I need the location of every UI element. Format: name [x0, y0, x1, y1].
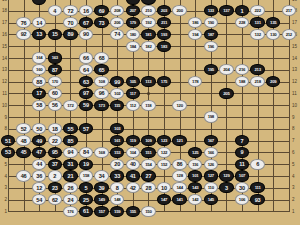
stone-white-64[interactable]: 64	[79, 64, 94, 75]
stone-white-20[interactable]: 20	[110, 159, 125, 170]
stone-white-92[interactable]: 92	[16, 29, 31, 40]
move-number: 222	[254, 8, 260, 13]
move-number: 206	[114, 20, 120, 25]
row-label-right-15: 15	[292, 44, 299, 49]
stone-white-180[interactable]: 180	[126, 29, 141, 40]
move-number: 193	[161, 32, 167, 37]
move-number: 12	[36, 185, 42, 191]
stone-black-141[interactable]: 141	[172, 194, 187, 205]
move-number: 60	[52, 90, 58, 96]
move-number: 135	[270, 20, 276, 25]
move-number: 73	[99, 20, 105, 26]
move-number: 144	[176, 185, 182, 190]
stone-white-142[interactable]: 142	[188, 194, 203, 205]
stone-white-120[interactable]: 120	[172, 100, 187, 111]
row-label-right-5: 5	[292, 162, 299, 167]
move-number: 86	[177, 161, 183, 167]
move-number: 42	[130, 185, 136, 191]
stone-black-37[interactable]: 37	[48, 159, 63, 170]
go-board-diagram: 1919181817171616151514141313121211111010…	[0, 0, 300, 225]
move-number: 175	[161, 79, 167, 84]
move-number: 161	[114, 138, 120, 143]
move-number: 96	[99, 90, 105, 96]
stone-black-155[interactable]: 155	[126, 206, 141, 217]
stone-white-194[interactable]: 194	[188, 29, 203, 40]
row-label-right-12: 12	[292, 79, 299, 84]
stone-white-186[interactable]: 186	[188, 17, 203, 28]
stone-white-90[interactable]: 90	[79, 29, 94, 40]
stone-white-16[interactable]: 16	[79, 5, 94, 16]
move-number: 40	[130, 161, 136, 167]
stone-white-122[interactable]: 122	[157, 147, 172, 158]
move-number: 142	[192, 197, 198, 202]
stone-white-228[interactable]: 228	[235, 17, 250, 28]
move-number: 131	[254, 20, 260, 25]
stone-white-74[interactable]: 74	[110, 29, 125, 40]
move-number: 74	[114, 31, 120, 37]
move-number: 153	[114, 150, 120, 155]
stone-white-68[interactable]: 68	[94, 52, 109, 63]
move-number: 105	[130, 79, 136, 84]
stone-black-5[interactable]: 5	[79, 182, 94, 193]
stone-white-184[interactable]: 184	[126, 41, 141, 52]
row-label-left-4: 4	[0, 174, 7, 179]
stone-black-119[interactable]: 119	[126, 135, 141, 146]
move-number: 11	[239, 161, 245, 167]
stone-white-108[interactable]: 108	[94, 76, 109, 87]
stone-black-195[interactable]: 195	[204, 64, 219, 75]
stone-white-62[interactable]: 62	[48, 194, 63, 205]
stone-black-127[interactable]: 127	[204, 170, 219, 181]
stone-white-58[interactable]: 58	[32, 100, 47, 111]
move-number: 194	[192, 32, 198, 37]
move-number: 4	[53, 8, 56, 14]
stone-black-113[interactable]: 113	[141, 76, 156, 87]
move-number: 94	[67, 149, 73, 155]
stone-white-106[interactable]: 106	[235, 194, 250, 205]
stone-black-107[interactable]: 107	[235, 170, 250, 181]
stone-black-149[interactable]: 149	[94, 194, 109, 205]
move-number: 13	[36, 31, 42, 37]
stone-black-27[interactable]: 27	[141, 170, 156, 181]
stone-black-173[interactable]: 173	[94, 100, 109, 111]
stone-white-42[interactable]: 42	[126, 182, 141, 193]
stone-white-192[interactable]: 192	[141, 17, 156, 28]
stone-black-211[interactable]: 211	[157, 17, 172, 28]
stone-white-198[interactable]: 198	[204, 111, 219, 122]
stone-black-9[interactable]: 9	[235, 147, 250, 158]
move-number: 130	[270, 32, 276, 37]
stone-white-166[interactable]: 166	[204, 147, 219, 158]
stone-black-65[interactable]: 65	[94, 64, 109, 75]
stone-black-137[interactable]: 137	[219, 5, 234, 16]
stone-black-55[interactable]: 55	[63, 123, 78, 134]
stone-white-158[interactable]: 158	[79, 170, 94, 181]
stone-white-60[interactable]: 60	[48, 88, 63, 99]
stone-white-86[interactable]: 86	[172, 159, 187, 170]
stone-black-135[interactable]: 135	[266, 17, 281, 28]
stone-white-132[interactable]: 132	[250, 29, 265, 40]
stone-white-2[interactable]: 2	[48, 170, 63, 181]
stone-black-157[interactable]: 157	[94, 206, 109, 217]
stone-black-53[interactable]: 53	[1, 147, 16, 158]
stone-white-118[interactable]: 118	[141, 100, 156, 111]
stone-black-67[interactable]: 67	[79, 17, 94, 28]
stone-black-213[interactable]: 213	[250, 64, 265, 75]
stone-black-59[interactable]: 59	[79, 100, 94, 111]
stone-white-210[interactable]: 210	[141, 5, 156, 16]
grid-horizontal-line	[8, 117, 290, 118]
row-label-right-9: 9	[292, 115, 299, 120]
stone-white-154[interactable]: 154	[141, 159, 156, 170]
stone-white-104[interactable]: 104	[126, 147, 141, 158]
stone-white-26[interactable]: 26	[63, 182, 78, 193]
stone-white-44[interactable]: 44	[32, 159, 47, 170]
stone-white-170[interactable]: 170	[48, 76, 63, 87]
move-number: 37	[52, 161, 58, 167]
move-number: 69	[99, 8, 105, 14]
move-number: 55	[67, 126, 73, 132]
move-number: 192	[145, 20, 151, 25]
stone-white-46[interactable]: 46	[16, 170, 31, 181]
stone-black-15[interactable]: 15	[48, 29, 63, 40]
stone-white-54[interactable]: 54	[32, 194, 47, 205]
stone-black-95[interactable]: 95	[48, 147, 63, 158]
stone-black-181[interactable]: 181	[141, 29, 156, 40]
stone-black-25[interactable]: 25	[79, 194, 94, 205]
stone-white-152[interactable]: 152	[157, 159, 172, 170]
stone-white-28[interactable]: 28	[141, 182, 156, 193]
stone-white-110[interactable]: 110	[204, 182, 219, 193]
stone-black-47[interactable]: 47	[32, 147, 47, 158]
stone-black-41[interactable]: 41	[126, 170, 141, 181]
move-number: 129	[223, 173, 229, 178]
stone-black-57[interactable]: 57	[79, 123, 94, 134]
stone-white-130[interactable]: 130	[266, 29, 281, 40]
stone-black-205[interactable]: 205	[219, 88, 234, 99]
stone-white-8[interactable]: 8	[110, 182, 125, 193]
move-number: 87	[52, 67, 58, 73]
stone-black-1[interactable]: 1	[235, 5, 250, 16]
stone-white-164[interactable]: 164	[32, 52, 47, 63]
stone-white-30[interactable]: 30	[235, 182, 250, 193]
stone-white-200[interactable]: 200	[172, 5, 187, 16]
stone-black-175[interactable]: 175	[157, 76, 172, 87]
stone-black-89[interactable]: 89	[63, 29, 78, 40]
move-number: 57	[83, 126, 89, 132]
move-number: 132	[254, 32, 260, 37]
stone-black-159[interactable]: 159	[110, 206, 125, 217]
stone-white-208[interactable]: 208	[110, 5, 125, 16]
stone-white-160[interactable]: 160	[32, 64, 47, 75]
move-number: 107	[239, 173, 245, 178]
move-number: 207	[130, 8, 136, 13]
stone-black-61[interactable]: 61	[79, 206, 94, 217]
move-number: 20	[114, 161, 120, 167]
stone-black-183[interactable]: 183	[157, 41, 172, 52]
stone-white-222[interactable]: 222	[250, 5, 265, 16]
stone-black-87[interactable]: 87	[48, 64, 63, 75]
move-number: 16	[83, 8, 89, 14]
stone-black-97[interactable]: 97	[79, 88, 94, 99]
stone-white-128[interactable]: 128	[172, 170, 187, 181]
row-label-right-6: 6	[292, 150, 299, 155]
stone-black-11[interactable]: 11	[235, 159, 250, 170]
move-number: 104	[130, 150, 136, 155]
move-number: 65	[99, 67, 105, 73]
stone-black-101[interactable]: 101	[188, 170, 203, 181]
stone-black-99[interactable]: 99	[110, 76, 125, 87]
move-number: 58	[36, 102, 42, 108]
stone-white-50[interactable]: 50	[32, 123, 47, 134]
move-number: 196	[208, 44, 214, 49]
stone-white-188[interactable]: 188	[235, 76, 250, 87]
move-number: 49	[36, 138, 42, 144]
stone-white-6[interactable]: 6	[250, 159, 265, 170]
stone-white-204[interactable]: 204	[219, 64, 234, 75]
stone-white-34[interactable]: 34	[94, 170, 109, 181]
row-label-left-18: 18	[0, 8, 7, 13]
stone-black-unnumbered[interactable]	[32, 0, 47, 5]
move-number: 154	[145, 162, 151, 167]
move-number: 195	[208, 67, 214, 72]
stone-black-19[interactable]: 19	[79, 159, 94, 170]
stone-black-147[interactable]: 147	[157, 194, 172, 205]
move-number: 84	[83, 149, 89, 155]
stone-white-126[interactable]: 126	[204, 159, 219, 170]
stone-black-143[interactable]: 143	[188, 182, 203, 193]
stone-white-182[interactable]: 182	[141, 41, 156, 52]
stone-black-179[interactable]: 179	[126, 17, 141, 28]
stone-white-150[interactable]: 150	[141, 206, 156, 217]
stone-white-14[interactable]: 14	[32, 17, 47, 28]
stone-white-168[interactable]: 168	[94, 147, 109, 158]
move-number: 141	[176, 197, 182, 202]
stone-black-21[interactable]: 21	[63, 170, 78, 181]
stone-black-33[interactable]: 33	[110, 170, 125, 181]
stone-black-145[interactable]: 145	[204, 194, 219, 205]
move-number: 212	[286, 32, 292, 37]
stone-black-151[interactable]: 151	[141, 147, 156, 158]
move-number: 59	[83, 102, 89, 108]
stone-black-133[interactable]: 133	[204, 5, 219, 16]
move-number: 26	[67, 185, 73, 191]
stone-white-4[interactable]: 4	[48, 5, 63, 16]
stone-white-40[interactable]: 40	[126, 159, 141, 170]
move-number: 23	[52, 185, 58, 191]
move-number: 27	[145, 173, 151, 179]
stone-black-125[interactable]: 125	[188, 147, 203, 158]
row-label-right-2: 2	[292, 197, 299, 202]
row-label-left-1: 1	[0, 209, 7, 214]
stone-white-10[interactable]: 10	[157, 182, 172, 193]
stone-white-144[interactable]: 144	[172, 182, 187, 193]
stone-black-45[interactable]: 45	[16, 147, 31, 158]
stone-black-131[interactable]: 131	[250, 17, 265, 28]
stone-black-93[interactable]: 93	[250, 194, 265, 205]
move-number: 52	[21, 126, 27, 132]
stone-white-24[interactable]: 24	[63, 194, 78, 205]
move-number: 128	[176, 173, 182, 178]
stone-white-52[interactable]: 52	[16, 123, 31, 134]
move-number: 89	[67, 31, 73, 37]
move-number: 181	[145, 32, 151, 37]
move-number: 204	[223, 67, 229, 72]
move-number: 115	[114, 103, 120, 108]
move-number: 14	[36, 20, 42, 26]
move-number: 46	[21, 173, 27, 179]
move-number: 163	[52, 55, 58, 60]
stone-black-129[interactable]: 129	[219, 170, 234, 181]
row-label-left-16: 16	[0, 32, 7, 37]
stone-white-22[interactable]: 22	[48, 135, 63, 146]
stone-black-167[interactable]: 167	[204, 135, 219, 146]
stone-black-187[interactable]: 187	[204, 29, 219, 40]
move-number: 184	[130, 44, 136, 49]
move-number: 168	[98, 150, 104, 155]
move-number: 110	[208, 185, 214, 190]
move-number: 47	[36, 149, 42, 155]
move-number: 120	[176, 103, 182, 108]
stone-black-209[interactable]: 209	[266, 76, 281, 87]
stone-white-216[interactable]: 216	[235, 64, 250, 75]
stone-black-123[interactable]: 123	[157, 135, 172, 146]
stone-white-196[interactable]: 196	[204, 41, 219, 52]
stone-black-73[interactable]: 73	[94, 17, 109, 28]
stone-black-161[interactable]: 161	[110, 135, 125, 146]
move-number: 213	[254, 67, 260, 72]
move-number: 103	[114, 126, 120, 131]
stone-white-76[interactable]: 76	[16, 17, 31, 28]
stone-white-112[interactable]: 112	[126, 100, 141, 111]
move-number: 188	[239, 79, 245, 84]
move-number: 6	[256, 161, 259, 167]
stone-black-121[interactable]: 121	[172, 135, 187, 146]
row-label-right-3: 3	[292, 185, 299, 190]
stone-black-unnumbered[interactable]	[126, 0, 141, 5]
stone-white-148[interactable]: 148	[110, 194, 125, 205]
move-number: 133	[208, 8, 214, 13]
stone-white-70[interactable]: 70	[63, 17, 78, 28]
move-number: 93	[255, 197, 261, 203]
stone-white-66[interactable]: 66	[79, 52, 94, 63]
stone-white-176[interactable]: 176	[63, 206, 78, 217]
stone-white-48[interactable]: 48	[16, 135, 31, 146]
move-number: 67	[83, 20, 89, 26]
move-number: 180	[130, 32, 136, 37]
move-number: 216	[239, 67, 245, 72]
move-number: 25	[83, 197, 89, 203]
stone-white-116[interactable]: 116	[188, 159, 203, 170]
stone-white-102[interactable]: 102	[110, 88, 125, 99]
stone-black-117[interactable]: 117	[126, 88, 141, 99]
move-number: 39	[99, 185, 105, 191]
stone-black-69[interactable]: 69	[94, 5, 109, 16]
stone-black-103[interactable]: 103	[110, 123, 125, 134]
move-number: 30	[239, 185, 245, 191]
stone-black-13[interactable]: 13	[32, 29, 47, 40]
move-number: 72	[67, 8, 73, 14]
stone-white-18[interactable]: 18	[48, 123, 63, 134]
move-number: 7	[241, 138, 244, 144]
stone-black-23[interactable]: 23	[48, 182, 63, 193]
move-number: 150	[145, 209, 151, 214]
stone-black-31[interactable]: 31	[63, 159, 78, 170]
move-number: 24	[67, 197, 73, 203]
stone-black-111[interactable]: 111	[250, 182, 265, 193]
move-number: 143	[192, 185, 198, 190]
move-number: 126	[208, 162, 214, 167]
stone-white-36[interactable]: 36	[32, 170, 47, 181]
hoshi-point	[147, 92, 150, 95]
stone-white-84[interactable]: 84	[79, 147, 94, 158]
move-number: 164	[36, 55, 42, 60]
stone-white-206[interactable]: 206	[110, 17, 125, 28]
row-label-left-2: 2	[0, 197, 7, 202]
row-label-left-10: 10	[0, 103, 7, 108]
stone-black-51[interactable]: 51	[1, 135, 16, 146]
move-number: 228	[239, 20, 245, 25]
stone-black-203[interactable]: 203	[157, 5, 172, 16]
stone-white-94[interactable]: 94	[63, 147, 78, 158]
stone-white-172[interactable]: 172	[63, 100, 78, 111]
stone-black-unnumbered[interactable]	[141, 0, 156, 5]
stone-white-96[interactable]: 96	[94, 88, 109, 99]
move-number: 33	[114, 173, 120, 179]
stone-white-72[interactable]: 72	[63, 5, 78, 16]
move-number: 182	[145, 44, 151, 49]
stone-black-163[interactable]: 163	[48, 52, 63, 63]
move-number: 117	[130, 91, 136, 96]
stone-black-63[interactable]: 63	[79, 76, 94, 87]
move-number: 8	[116, 185, 119, 191]
move-number: 64	[83, 67, 89, 73]
stone-black-85[interactable]: 85	[63, 135, 78, 146]
stone-black-153[interactable]: 153	[110, 147, 125, 158]
move-number: 85	[67, 138, 73, 144]
stone-white-12[interactable]: 12	[32, 182, 47, 193]
move-number: 198	[208, 114, 214, 119]
move-number: 137	[223, 8, 229, 13]
stone-black-39[interactable]: 39	[94, 182, 109, 193]
move-number: 19	[83, 161, 89, 167]
stone-black-49[interactable]: 49	[32, 135, 47, 146]
stone-white-178[interactable]: 178	[188, 76, 203, 87]
stone-black-207[interactable]: 207	[126, 5, 141, 16]
stone-white-212[interactable]: 212	[282, 29, 297, 40]
row-label-right-4: 4	[292, 174, 299, 179]
stone-black-193[interactable]: 193	[157, 29, 172, 40]
move-number: 97	[83, 90, 89, 96]
stone-black-17[interactable]: 17	[32, 88, 47, 99]
move-number: 1	[241, 8, 244, 14]
move-number: 63	[83, 79, 89, 85]
stone-black-115[interactable]: 115	[110, 100, 125, 111]
move-number: 218	[254, 79, 260, 84]
move-number: 118	[145, 103, 151, 108]
stone-black-105[interactable]: 105	[126, 76, 141, 87]
move-number: 41	[130, 173, 136, 179]
stone-black-3[interactable]: 3	[219, 182, 234, 193]
stone-black-7[interactable]: 7	[235, 135, 250, 146]
stone-white-218[interactable]: 218	[250, 76, 265, 87]
stone-white-56[interactable]: 56	[48, 100, 63, 111]
stone-white-217[interactable]: 217	[282, 5, 297, 16]
stone-white-190[interactable]: 190	[204, 17, 219, 28]
stone-white-88[interactable]: 88	[32, 76, 47, 87]
row-label-right-8: 8	[292, 126, 299, 131]
stone-black-109[interactable]: 109	[141, 135, 156, 146]
